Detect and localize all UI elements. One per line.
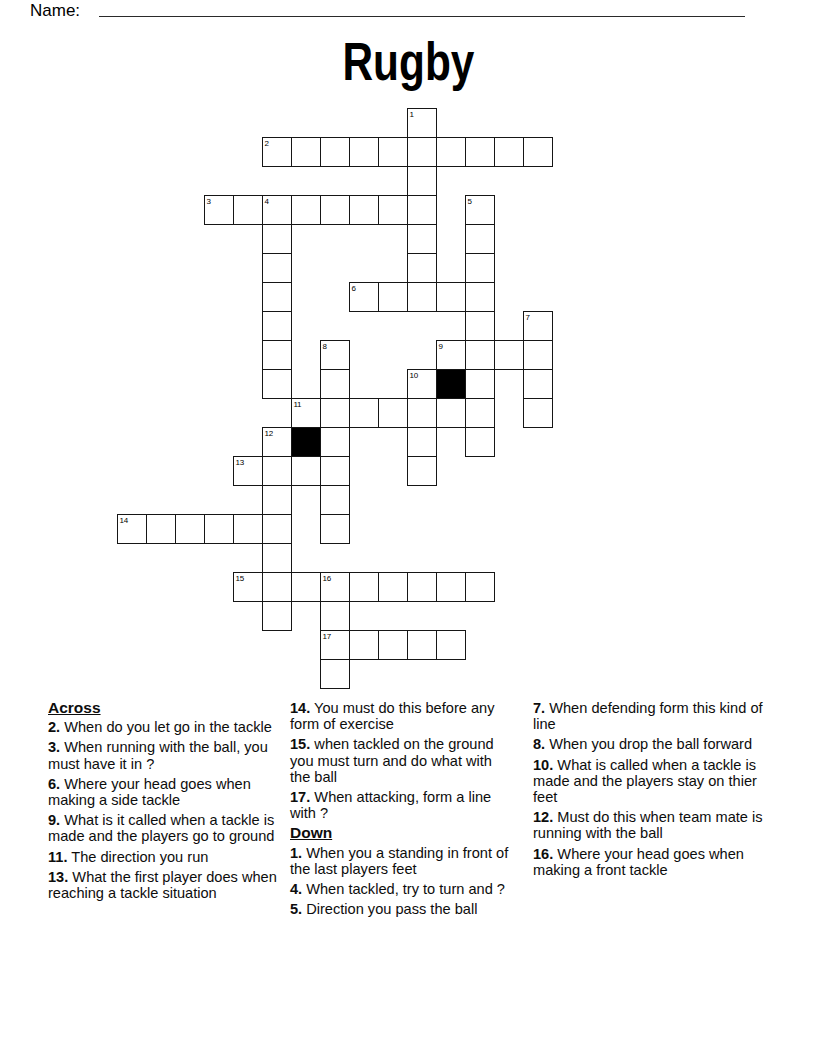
grid-cell[interactable] xyxy=(291,456,321,486)
clue-number: 16. xyxy=(533,846,553,862)
clue-number: 4. xyxy=(290,881,302,897)
grid-cell[interactable] xyxy=(233,195,263,225)
cell-number: 7 xyxy=(526,313,530,322)
grid-cell[interactable] xyxy=(262,282,292,312)
grid-cell[interactable] xyxy=(146,514,176,544)
grid-cell[interactable] xyxy=(262,311,292,341)
grid-cell[interactable] xyxy=(262,253,292,283)
grid-cell[interactable] xyxy=(320,369,350,399)
grid-cell[interactable] xyxy=(465,572,495,602)
down-header: Down xyxy=(290,825,512,841)
grid-cell[interactable] xyxy=(262,514,292,544)
grid-cell[interactable] xyxy=(349,572,379,602)
name-underline[interactable] xyxy=(99,0,745,17)
grid-cell[interactable] xyxy=(523,369,553,399)
grid-cell[interactable]: 17 xyxy=(320,630,350,660)
grid-cell[interactable] xyxy=(349,398,379,428)
clue-14: 14. You must do this before any form of … xyxy=(290,700,512,732)
down-clues-a: 1. When you a standing in front of the l… xyxy=(290,845,512,918)
clue-17: 17. When attacking, form a line with ? xyxy=(290,789,512,821)
cell-number: 12 xyxy=(265,429,273,438)
grid-cell[interactable] xyxy=(494,137,524,167)
grid-cell[interactable] xyxy=(407,427,437,457)
grid-cell[interactable] xyxy=(320,456,350,486)
grid-cell[interactable] xyxy=(407,166,437,196)
clue-number: 17. xyxy=(290,789,310,805)
grid-cell[interactable] xyxy=(407,630,437,660)
clue-8: 8. When you drop the ball forward xyxy=(533,736,763,752)
cell-number: 6 xyxy=(352,284,356,293)
clue-7: 7. When defending form this kind of line xyxy=(533,700,763,732)
grid-cell[interactable] xyxy=(262,224,292,254)
grid-cell[interactable] xyxy=(523,398,553,428)
grid-cell[interactable] xyxy=(407,282,437,312)
grid-cell[interactable] xyxy=(320,601,350,631)
grid-cell[interactable] xyxy=(407,253,437,283)
grid-cell[interactable] xyxy=(378,630,408,660)
cell-number: 13 xyxy=(236,458,244,467)
grid-cell[interactable] xyxy=(407,456,437,486)
grid-cell[interactable] xyxy=(407,224,437,254)
grid-cell[interactable] xyxy=(291,195,321,225)
clue-4: 4. When tackled, try to turn and ? xyxy=(290,881,512,897)
clue-3: 3. When running with the ball, you must … xyxy=(48,739,279,771)
grid-cell[interactable] xyxy=(262,456,292,486)
grid-cell[interactable] xyxy=(407,137,437,167)
grid-cell[interactable]: 13 xyxy=(233,456,263,486)
grid-cell[interactable] xyxy=(465,427,495,457)
clue-number: 14. xyxy=(290,700,310,716)
cell-number: 1 xyxy=(410,110,414,119)
grid-cell[interactable] xyxy=(262,369,292,399)
name-label: Name: xyxy=(30,1,80,21)
cell-number: 5 xyxy=(468,197,472,206)
clue-number: 6. xyxy=(48,776,60,792)
clue-11: 11. The direction you run xyxy=(48,849,279,865)
grid-cell[interactable] xyxy=(465,253,495,283)
clue-15: 15. when tackled on the ground you must … xyxy=(290,736,512,785)
clue-9: 9. What is it called when a tackle is ma… xyxy=(48,812,279,844)
grid-cell[interactable] xyxy=(523,137,553,167)
clue-12: 12. Must do this when team mate is runni… xyxy=(533,809,763,841)
grid-cell[interactable] xyxy=(436,572,466,602)
clue-number: 3. xyxy=(48,739,60,755)
cell-number: 10 xyxy=(410,371,418,380)
clue-number: 1. xyxy=(290,845,302,861)
grid-cell[interactable] xyxy=(465,311,495,341)
grid-cell[interactable] xyxy=(349,630,379,660)
clue-number: 12. xyxy=(533,809,553,825)
clue-5: 5. Direction you pass the ball xyxy=(290,901,512,917)
cell-number: 15 xyxy=(236,574,244,583)
cell-number: 16 xyxy=(323,574,331,583)
grid-cell[interactable] xyxy=(465,340,495,370)
clue-number: 8. xyxy=(533,736,545,752)
clue-column-3: 7. When defending form this kind of line… xyxy=(533,700,763,882)
clue-number: 11. xyxy=(48,849,67,865)
cell-number: 17 xyxy=(323,632,331,641)
grid-cell[interactable] xyxy=(378,195,408,225)
grid-cell[interactable] xyxy=(378,572,408,602)
grid-cell[interactable] xyxy=(320,485,350,515)
grid-cell[interactable] xyxy=(465,224,495,254)
grid-cell[interactable] xyxy=(465,398,495,428)
grid-cell[interactable]: 16 xyxy=(320,572,350,602)
clue-column-2: 14. You must do this before any form of … xyxy=(290,700,512,921)
clue-column-1: Across 2. When do you let go in the tack… xyxy=(48,700,279,905)
clue-16: 16. Where your head goes when making a f… xyxy=(533,846,763,878)
clue-number: 13. xyxy=(48,869,68,885)
grid-cell[interactable] xyxy=(320,659,350,689)
grid-cell[interactable] xyxy=(291,572,321,602)
grid-cell[interactable] xyxy=(262,572,292,602)
grid-cell[interactable] xyxy=(262,340,292,370)
cell-number: 3 xyxy=(207,197,211,206)
across-header: Across xyxy=(48,700,279,716)
down-clues-b: 7. When defending form this kind of line… xyxy=(533,700,763,878)
cell-number: 9 xyxy=(439,342,443,351)
grid-cell[interactable] xyxy=(436,282,466,312)
grid-cell[interactable] xyxy=(233,514,263,544)
grid-cell[interactable]: 11 xyxy=(291,398,321,428)
clue-number: 7. xyxy=(533,700,545,716)
grid-cell[interactable] xyxy=(378,282,408,312)
grid-cell[interactable] xyxy=(320,137,350,167)
grid-cell[interactable] xyxy=(262,601,292,631)
grid-cell[interactable] xyxy=(320,195,350,225)
grid-cell[interactable]: 10 xyxy=(407,369,437,399)
black-cell xyxy=(436,369,466,399)
crossword-grid: 1234567891011121314151617 xyxy=(117,108,553,689)
grid-cell[interactable] xyxy=(407,572,437,602)
cell-number: 2 xyxy=(265,139,269,148)
cell-number: 8 xyxy=(323,342,327,351)
across-clues-b: 14. You must do this before any form of … xyxy=(290,700,512,821)
clue-10: 10. What is called when a tackle is made… xyxy=(533,757,763,806)
grid-cell[interactable]: 8 xyxy=(320,340,350,370)
cell-number: 11 xyxy=(294,400,302,409)
grid-cell[interactable]: 12 xyxy=(262,427,292,457)
grid-cell[interactable]: 1 xyxy=(407,108,437,138)
grid-cell[interactable] xyxy=(175,514,205,544)
clue-number: 15. xyxy=(290,736,310,752)
grid-cell[interactable] xyxy=(320,398,350,428)
grid-cell[interactable] xyxy=(378,398,408,428)
across-clues-a: 2. When do you let go in the tackle3. Wh… xyxy=(48,719,279,901)
grid-cell[interactable] xyxy=(436,137,466,167)
black-cell xyxy=(291,427,321,457)
grid-cell[interactable]: 9 xyxy=(436,340,466,370)
grid-cell[interactable]: 15 xyxy=(233,572,263,602)
grid-cell[interactable]: 5 xyxy=(465,195,495,225)
clue-number: 2. xyxy=(48,719,60,735)
grid-cell[interactable] xyxy=(291,137,321,167)
grid-cell[interactable] xyxy=(378,137,408,167)
grid-cell[interactable] xyxy=(320,427,350,457)
grid-cell[interactable]: 4 xyxy=(262,195,292,225)
grid-cell[interactable]: 7 xyxy=(523,311,553,341)
clue-6: 6. Where your head goes when making a si… xyxy=(48,776,279,808)
clue-number: 9. xyxy=(48,812,60,828)
grid-cell[interactable] xyxy=(465,137,495,167)
grid-cell[interactable] xyxy=(407,398,437,428)
grid-cell[interactable] xyxy=(465,282,495,312)
grid-cell[interactable] xyxy=(262,485,292,515)
cell-number: 4 xyxy=(265,197,269,206)
grid-cell[interactable] xyxy=(436,398,466,428)
grid-cell[interactable]: 3 xyxy=(204,195,234,225)
grid-cell[interactable]: 14 xyxy=(117,514,147,544)
clue-1: 1. When you a standing in front of the l… xyxy=(290,845,512,877)
grid-cell[interactable] xyxy=(262,543,292,573)
grid-cell[interactable] xyxy=(349,137,379,167)
grid-cell[interactable]: 6 xyxy=(349,282,379,312)
grid-cell[interactable]: 2 xyxy=(262,137,292,167)
page-title: Rugby xyxy=(0,34,816,90)
grid-cell[interactable] xyxy=(465,369,495,399)
clue-number: 5. xyxy=(290,901,302,917)
grid-cell[interactable] xyxy=(436,630,466,660)
grid-cell[interactable] xyxy=(349,195,379,225)
grid-cell[interactable] xyxy=(407,195,437,225)
cell-number: 14 xyxy=(120,516,128,525)
clue-13: 13. What the first player does when reac… xyxy=(48,869,279,901)
grid-cell[interactable] xyxy=(523,340,553,370)
clue-number: 10. xyxy=(533,757,553,773)
grid-cell[interactable] xyxy=(494,340,524,370)
clue-2: 2. When do you let go in the tackle xyxy=(48,719,279,735)
grid-cell[interactable] xyxy=(320,514,350,544)
grid-cell[interactable] xyxy=(204,514,234,544)
